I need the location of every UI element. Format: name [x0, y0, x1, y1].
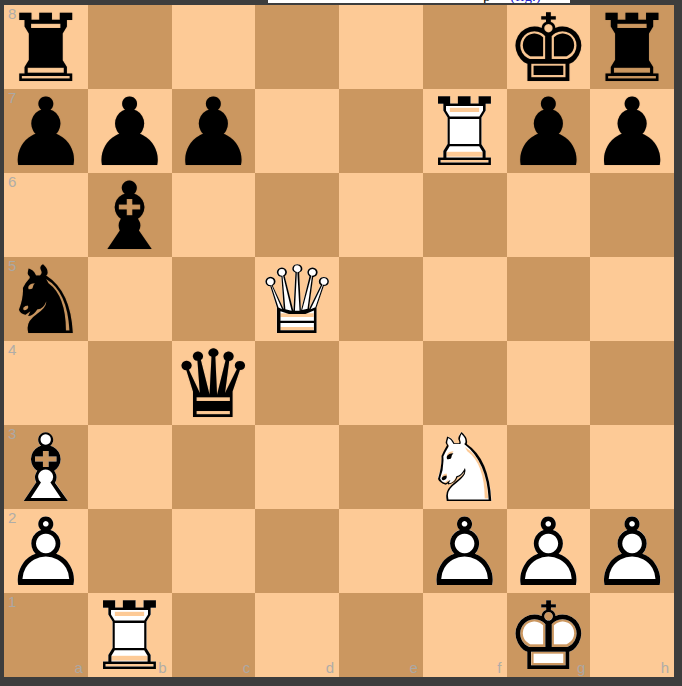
white-piece-outline-glyph: ♖ — [422, 86, 506, 180]
white-piece-outline-glyph: ♘ — [422, 422, 506, 516]
square-f5[interactable] — [423, 257, 507, 341]
square-f3[interactable]: ♞♘ — [423, 425, 507, 509]
coord-file-g: g — [577, 660, 585, 677]
square-h1[interactable]: h — [590, 593, 674, 677]
square-h2[interactable]: ♟♙ — [590, 509, 674, 593]
square-b3[interactable] — [88, 425, 172, 509]
white-piece-outline-glyph: ♙ — [506, 506, 590, 600]
coord-file-b: b — [158, 660, 166, 677]
white-piece-outline-glyph: ♕ — [255, 254, 339, 348]
coord-file-c: c — [243, 660, 251, 677]
piece-wR-f7[interactable]: ♜♖ — [423, 89, 507, 173]
black-piece-glyph: ♚ — [506, 2, 590, 96]
square-d4[interactable] — [255, 341, 339, 425]
square-b7[interactable]: ♟ — [88, 89, 172, 173]
square-f8[interactable] — [423, 5, 507, 89]
white-piece-outline-glyph: ♙ — [422, 506, 506, 600]
piece-bN-a5[interactable]: ♞ — [4, 257, 88, 341]
coord-rank-1: 1 — [8, 594, 16, 611]
coord-file-f: f — [497, 660, 501, 677]
chess-board: 8♜♚♜7♟♟♟♜♖♟♟6♝5♞♛♕4♛3♝♗♞♘2♟♙♟♙♟♙♟♙1ab♜♖c… — [0, 0, 682, 686]
piece-bK-g8[interactable]: ♚ — [507, 5, 591, 89]
piece-bR-a8[interactable]: ♜ — [4, 5, 88, 89]
black-piece-glyph: ♝ — [87, 170, 171, 264]
square-d1[interactable]: d — [255, 593, 339, 677]
piece-wP-g2[interactable]: ♟♙ — [507, 509, 591, 593]
piece-bB-b6[interactable]: ♝ — [88, 173, 172, 257]
square-b2[interactable] — [88, 509, 172, 593]
square-g4[interactable] — [507, 341, 591, 425]
square-a3[interactable]: 3♝♗ — [4, 425, 88, 509]
piece-wP-h2[interactable]: ♟♙ — [590, 509, 674, 593]
white-piece-fill-glyph: ♟ — [590, 506, 674, 600]
square-c1[interactable]: c — [172, 593, 256, 677]
piece-bP-c7[interactable]: ♟ — [172, 89, 256, 173]
square-c5[interactable] — [172, 257, 256, 341]
square-f1[interactable]: f — [423, 593, 507, 677]
square-g2[interactable]: ♟♙ — [507, 509, 591, 593]
piece-bP-a7[interactable]: ♟ — [4, 89, 88, 173]
black-piece-glyph: ♟ — [4, 86, 88, 180]
square-g3[interactable] — [507, 425, 591, 509]
piece-wQ-d5[interactable]: ♛♕ — [255, 257, 339, 341]
cropped-caption: p (fig.) — [268, 0, 570, 3]
square-g8[interactable]: ♚ — [507, 5, 591, 89]
square-a4[interactable]: 4 — [4, 341, 88, 425]
square-g6[interactable] — [507, 173, 591, 257]
square-h7[interactable]: ♟ — [590, 89, 674, 173]
piece-wP-a2[interactable]: ♟♙ — [4, 509, 88, 593]
square-e3[interactable] — [339, 425, 423, 509]
black-piece-glyph: ♟ — [506, 86, 590, 180]
piece-bP-b7[interactable]: ♟ — [88, 89, 172, 173]
piece-bP-h7[interactable]: ♟ — [590, 89, 674, 173]
white-piece-fill-glyph: ♛ — [255, 254, 339, 348]
white-piece-fill-glyph: ♜ — [422, 86, 506, 180]
square-b8[interactable] — [88, 5, 172, 89]
square-c6[interactable] — [172, 173, 256, 257]
square-e7[interactable] — [339, 89, 423, 173]
square-c4[interactable]: ♛ — [172, 341, 256, 425]
square-e6[interactable] — [339, 173, 423, 257]
square-c7[interactable]: ♟ — [172, 89, 256, 173]
piece-wN-f3[interactable]: ♞♘ — [423, 425, 507, 509]
square-b4[interactable] — [88, 341, 172, 425]
black-piece-glyph: ♛ — [171, 338, 255, 432]
square-a1[interactable]: 1a — [4, 593, 88, 677]
white-piece-fill-glyph: ♟ — [4, 506, 88, 600]
square-a8[interactable]: 8♜ — [4, 5, 88, 89]
coord-file-d: d — [326, 660, 334, 677]
piece-bP-g7[interactable]: ♟ — [507, 89, 591, 173]
square-h6[interactable] — [590, 173, 674, 257]
square-h3[interactable] — [590, 425, 674, 509]
square-a5[interactable]: 5♞ — [4, 257, 88, 341]
white-piece-outline-glyph: ♗ — [4, 422, 88, 516]
coord-rank-4: 4 — [8, 342, 16, 359]
cropped-caption-text: p (fig.) — [268, 0, 541, 3]
cropped-caption-fragment: p — [483, 0, 491, 3]
square-f2[interactable]: ♟♙ — [423, 509, 507, 593]
square-e4[interactable] — [339, 341, 423, 425]
square-a7[interactable]: 7♟ — [4, 89, 88, 173]
coord-rank-5: 5 — [8, 258, 16, 275]
square-g5[interactable] — [507, 257, 591, 341]
white-piece-fill-glyph: ♟ — [422, 506, 506, 600]
white-piece-fill-glyph: ♞ — [422, 422, 506, 516]
square-f4[interactable] — [423, 341, 507, 425]
chess-diagram: p (fig.) 8♜♚♜7♟♟♟♜♖♟♟6♝5♞♛♕4♛3♝♗♞♘2♟♙♟♙♟… — [0, 0, 682, 686]
square-d3[interactable] — [255, 425, 339, 509]
square-f6[interactable] — [423, 173, 507, 257]
square-f7[interactable]: ♜♖ — [423, 89, 507, 173]
black-piece-glyph: ♟ — [171, 86, 255, 180]
square-e5[interactable] — [339, 257, 423, 341]
black-piece-glyph: ♜ — [590, 2, 674, 96]
cropped-caption-link-fragment[interactable]: (fig.) — [510, 0, 540, 3]
square-e8[interactable] — [339, 5, 423, 89]
square-g1[interactable]: g♚♔ — [507, 593, 591, 677]
square-h5[interactable] — [590, 257, 674, 341]
piece-wP-f2[interactable]: ♟♙ — [423, 509, 507, 593]
square-c8[interactable] — [172, 5, 256, 89]
piece-bR-h8[interactable]: ♜ — [590, 5, 674, 89]
black-piece-glyph: ♟ — [590, 86, 674, 180]
square-c2[interactable] — [172, 509, 256, 593]
square-d2[interactable] — [255, 509, 339, 593]
white-piece-outline-glyph: ♙ — [4, 506, 88, 600]
square-d6[interactable] — [255, 173, 339, 257]
square-d5[interactable]: ♛♕ — [255, 257, 339, 341]
square-h4[interactable] — [590, 341, 674, 425]
square-g7[interactable]: ♟ — [507, 89, 591, 173]
coord-rank-6: 6 — [8, 174, 16, 191]
square-b6[interactable]: ♝ — [88, 173, 172, 257]
black-piece-glyph: ♜ — [4, 2, 88, 96]
square-c3[interactable] — [172, 425, 256, 509]
square-b1[interactable]: b♜♖ — [88, 593, 172, 677]
coord-rank-8: 8 — [8, 6, 16, 23]
coord-rank-2: 2 — [8, 510, 16, 527]
square-e1[interactable]: e — [339, 593, 423, 677]
coord-file-e: e — [409, 660, 417, 677]
white-piece-fill-glyph: ♝ — [4, 422, 88, 516]
square-a6[interactable]: 6 — [4, 173, 88, 257]
white-piece-outline-glyph: ♙ — [590, 506, 674, 600]
square-e2[interactable] — [339, 509, 423, 593]
square-h8[interactable]: ♜ — [590, 5, 674, 89]
white-piece-fill-glyph: ♟ — [506, 506, 590, 600]
square-a2[interactable]: 2♟♙ — [4, 509, 88, 593]
coord-rank-7: 7 — [8, 90, 16, 107]
piece-wB-a3[interactable]: ♝♗ — [4, 425, 88, 509]
coord-file-h: h — [661, 660, 669, 677]
square-d8[interactable] — [255, 5, 339, 89]
coord-rank-3: 3 — [8, 426, 16, 443]
square-b5[interactable] — [88, 257, 172, 341]
black-piece-glyph: ♞ — [4, 254, 88, 348]
black-piece-glyph: ♟ — [87, 86, 171, 180]
coord-file-a: a — [74, 660, 82, 677]
square-d7[interactable] — [255, 89, 339, 173]
piece-bQ-c4[interactable]: ♛ — [172, 341, 256, 425]
